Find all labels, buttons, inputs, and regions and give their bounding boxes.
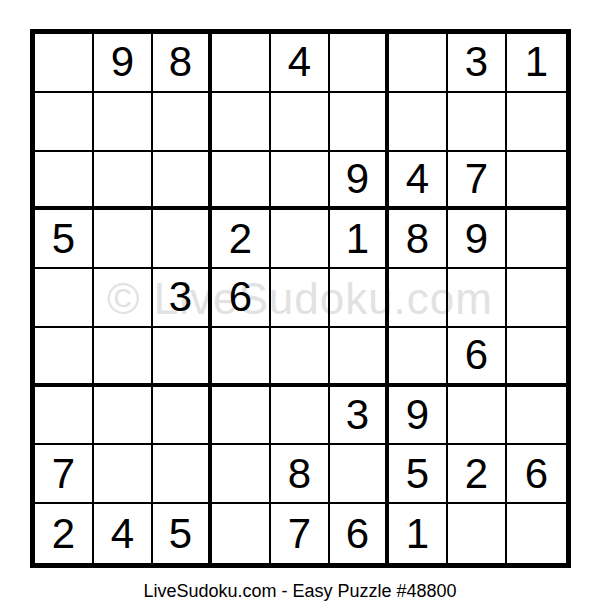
cell-r9c3[interactable]: 5 (153, 504, 212, 563)
cell-r2c6[interactable] (330, 93, 389, 152)
cell-r1c2[interactable]: 9 (94, 34, 153, 93)
cell-r4c4[interactable]: 2 (212, 210, 271, 269)
cell-r4c7[interactable]: 8 (389, 210, 448, 269)
cell-r6c3[interactable] (153, 328, 212, 387)
cell-r3c8[interactable]: 7 (448, 152, 507, 211)
sudoku-board: 98431947521893663978526245761 (30, 29, 571, 568)
cell-r9c2[interactable]: 4 (94, 504, 153, 563)
cell-r9c5[interactable]: 7 (271, 504, 330, 563)
cell-r5c5[interactable] (271, 269, 330, 328)
cell-r2c1[interactable] (35, 93, 94, 152)
cell-r6c9[interactable] (507, 328, 566, 387)
cell-r6c2[interactable] (94, 328, 153, 387)
cell-r1c1[interactable] (35, 34, 94, 93)
cell-r7c5[interactable] (271, 387, 330, 446)
cell-r8c5[interactable]: 8 (271, 445, 330, 504)
cell-r8c8[interactable]: 2 (448, 445, 507, 504)
cell-r6c8[interactable]: 6 (448, 328, 507, 387)
cell-r2c7[interactable] (389, 93, 448, 152)
cell-r8c2[interactable] (94, 445, 153, 504)
cell-r4c1[interactable]: 5 (35, 210, 94, 269)
cell-r3c2[interactable] (94, 152, 153, 211)
cell-r7c4[interactable] (212, 387, 271, 446)
cell-r1c5[interactable]: 4 (271, 34, 330, 93)
cell-r5c7[interactable] (389, 269, 448, 328)
cell-r4c2[interactable] (94, 210, 153, 269)
cell-r3c3[interactable] (153, 152, 212, 211)
cell-r9c4[interactable] (212, 504, 271, 563)
cell-r7c2[interactable] (94, 387, 153, 446)
cell-r3c4[interactable] (212, 152, 271, 211)
cell-r1c6[interactable] (330, 34, 389, 93)
cell-r5c8[interactable] (448, 269, 507, 328)
cell-r6c6[interactable] (330, 328, 389, 387)
cell-r2c3[interactable] (153, 93, 212, 152)
cell-r9c6[interactable]: 6 (330, 504, 389, 563)
cell-r8c6[interactable] (330, 445, 389, 504)
cell-r5c2[interactable] (94, 269, 153, 328)
cell-r4c3[interactable] (153, 210, 212, 269)
cell-r5c1[interactable] (35, 269, 94, 328)
puzzle-caption: LiveSudoku.com - Easy Puzzle #48800 (0, 581, 600, 602)
cell-r2c5[interactable] (271, 93, 330, 152)
cell-r3c9[interactable] (507, 152, 566, 211)
cell-r7c9[interactable] (507, 387, 566, 446)
cell-r6c4[interactable] (212, 328, 271, 387)
cell-r9c8[interactable] (448, 504, 507, 563)
cell-r9c9[interactable] (507, 504, 566, 563)
cell-r1c7[interactable] (389, 34, 448, 93)
cell-r5c3[interactable]: 3 (153, 269, 212, 328)
cell-r4c9[interactable] (507, 210, 566, 269)
cell-r8c7[interactable]: 5 (389, 445, 448, 504)
cell-r6c7[interactable] (389, 328, 448, 387)
cell-r5c4[interactable]: 6 (212, 269, 271, 328)
cell-r8c4[interactable] (212, 445, 271, 504)
cell-r7c7[interactable]: 9 (389, 387, 448, 446)
cell-r3c5[interactable] (271, 152, 330, 211)
cell-r4c6[interactable]: 1 (330, 210, 389, 269)
sudoku-page: © LiveSudoku.com 98431947521893663978526… (0, 0, 600, 615)
cell-r1c8[interactable]: 3 (448, 34, 507, 93)
cell-r7c1[interactable] (35, 387, 94, 446)
cell-r4c5[interactable] (271, 210, 330, 269)
cell-r1c4[interactable] (212, 34, 271, 93)
cell-r9c1[interactable]: 2 (35, 504, 94, 563)
cell-r3c6[interactable]: 9 (330, 152, 389, 211)
cell-r5c9[interactable] (507, 269, 566, 328)
cell-r1c9[interactable]: 1 (507, 34, 566, 93)
cell-r2c8[interactable] (448, 93, 507, 152)
cell-r6c5[interactable] (271, 328, 330, 387)
cell-r2c2[interactable] (94, 93, 153, 152)
cell-r1c3[interactable]: 8 (153, 34, 212, 93)
cell-r3c7[interactable]: 4 (389, 152, 448, 211)
cell-r2c9[interactable] (507, 93, 566, 152)
cell-r5c6[interactable] (330, 269, 389, 328)
cell-r8c1[interactable]: 7 (35, 445, 94, 504)
cell-r9c7[interactable]: 1 (389, 504, 448, 563)
cell-r8c3[interactable] (153, 445, 212, 504)
cell-r7c6[interactable]: 3 (330, 387, 389, 446)
cell-r6c1[interactable] (35, 328, 94, 387)
cell-r7c8[interactable] (448, 387, 507, 446)
cell-r8c9[interactable]: 6 (507, 445, 566, 504)
cell-r7c3[interactable] (153, 387, 212, 446)
cell-r4c8[interactable]: 9 (448, 210, 507, 269)
cell-r2c4[interactable] (212, 93, 271, 152)
cell-r3c1[interactable] (35, 152, 94, 211)
